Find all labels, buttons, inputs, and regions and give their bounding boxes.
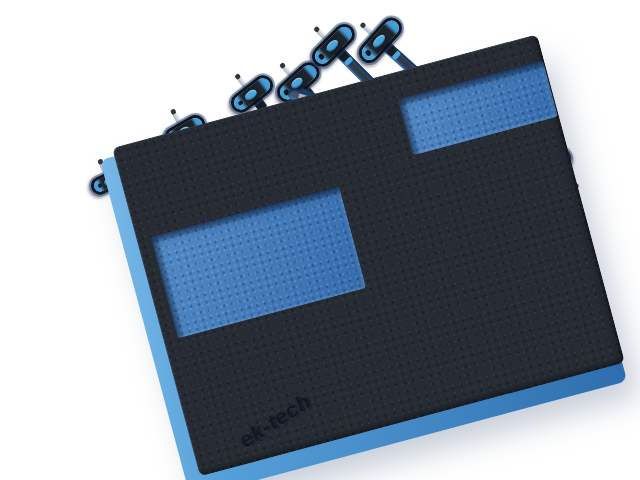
hanging-hole [97, 183, 103, 189]
handle-grip-oval-inset [244, 88, 258, 102]
hanging-hole [237, 100, 244, 107]
hanging-hole [318, 53, 325, 60]
product-photo: ek-tech [0, 0, 640, 480]
hanging-hole [365, 49, 372, 56]
